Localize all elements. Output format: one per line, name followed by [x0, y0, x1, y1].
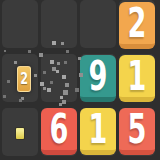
merge-particle — [79, 73, 83, 77]
merge-particle — [47, 88, 51, 92]
merge-particle — [14, 61, 17, 64]
merge-particle — [66, 50, 69, 53]
game-board: 2 9 1 6 1 5 2 — [0, 0, 160, 160]
merge-particle — [52, 41, 56, 45]
merge-particle — [75, 88, 79, 92]
tile-1-yellow[interactable]: 1 — [80, 108, 116, 155]
merge-particle — [50, 81, 53, 84]
merge-particle — [63, 90, 68, 95]
tile-value: 6 — [50, 109, 69, 149]
spawning-tile-2: 2 — [17, 66, 31, 92]
merge-particle — [19, 99, 22, 102]
tile-6-red[interactable]: 6 — [41, 108, 77, 155]
tile-value: 2 — [128, 3, 147, 43]
merge-particle — [34, 74, 37, 77]
merge-particle — [43, 71, 46, 74]
merge-particle — [50, 60, 54, 64]
tile-value: 5 — [128, 109, 147, 149]
merge-particle — [57, 62, 60, 65]
tile-value: 1 — [128, 56, 147, 96]
merge-particle — [56, 70, 59, 73]
merge-particle — [39, 53, 43, 57]
merge-particle — [59, 103, 62, 106]
merge-particle — [28, 50, 31, 53]
merge-particle — [78, 57, 81, 60]
merge-particle — [60, 96, 63, 99]
tile-value: 9 — [89, 56, 108, 96]
merge-particle — [7, 80, 10, 83]
spawn-block — [16, 128, 24, 139]
tile-1-yellow[interactable]: 1 — [119, 55, 155, 102]
merge-particle — [61, 42, 64, 45]
merge-particle — [40, 82, 44, 86]
merge-particle — [62, 100, 66, 104]
tile-5-red[interactable]: 5 — [119, 108, 155, 155]
tile-2-orange[interactable]: 2 — [119, 2, 155, 49]
spawning-tile-value: 2 — [20, 72, 28, 87]
tile-9-teal[interactable]: 9 — [80, 55, 116, 102]
merge-particle — [3, 95, 6, 98]
merge-particle — [64, 61, 67, 64]
board-cell[interactable] — [2, 0, 38, 48]
merge-particle — [65, 83, 69, 87]
merge-particle — [62, 75, 66, 79]
merge-particle — [4, 50, 6, 52]
board-cell[interactable] — [41, 0, 77, 48]
tile-value: 1 — [89, 109, 108, 149]
board-cell[interactable] — [80, 0, 116, 48]
merge-particle — [43, 87, 46, 90]
